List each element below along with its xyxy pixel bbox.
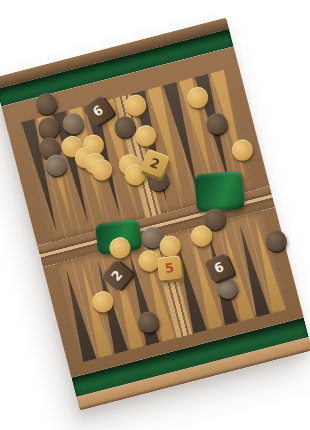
felt-tab-right-on-top-half [194, 171, 245, 213]
photo-scene: 62256 [0, 0, 310, 430]
backgammon-box: 62256 [0, 17, 310, 410]
die-5[interactable]: 5 [156, 255, 181, 280]
